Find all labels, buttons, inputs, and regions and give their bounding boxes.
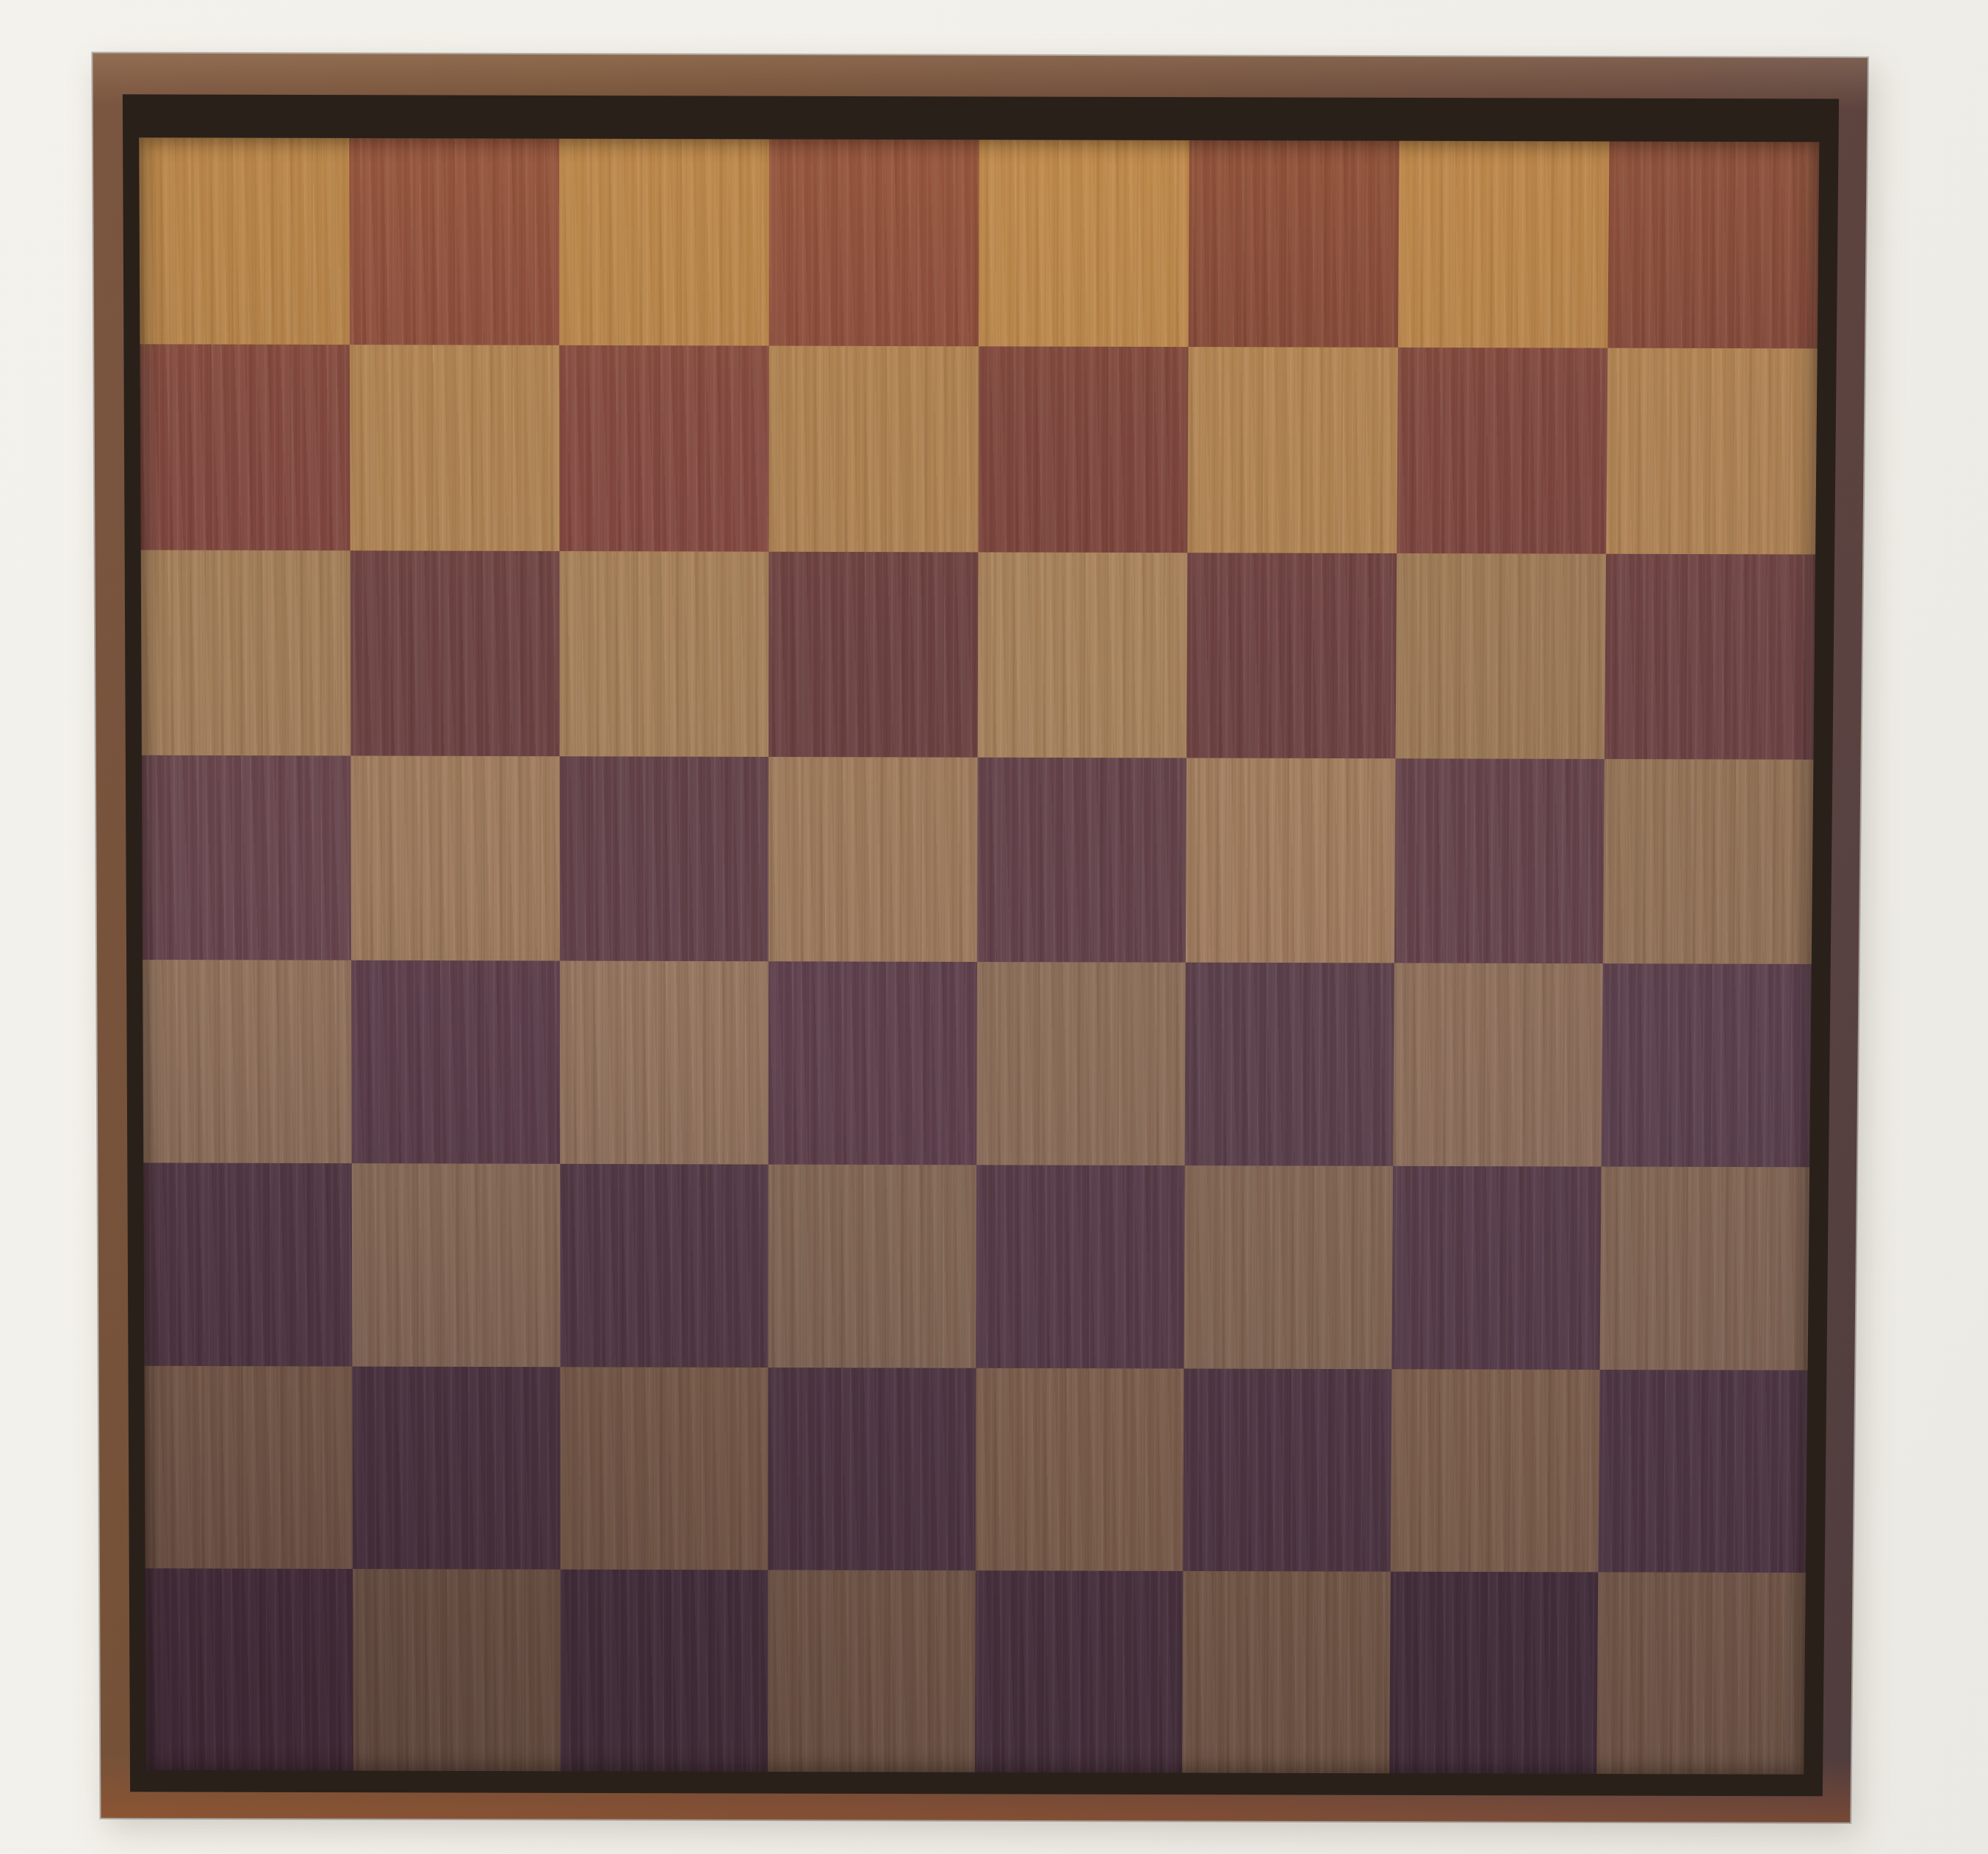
square-a7[interactable] xyxy=(140,344,350,550)
square-g8[interactable] xyxy=(1398,141,1610,348)
square-h3[interactable] xyxy=(1599,1167,1809,1370)
square-d4[interactable] xyxy=(768,961,977,1165)
square-c2[interactable] xyxy=(560,1368,768,1570)
square-f3[interactable] xyxy=(1184,1165,1393,1369)
square-d8[interactable] xyxy=(769,139,979,346)
square-c3[interactable] xyxy=(560,1164,768,1368)
square-d5[interactable] xyxy=(768,757,978,962)
square-d3[interactable] xyxy=(768,1165,976,1368)
square-b3[interactable] xyxy=(352,1163,561,1367)
square-a6[interactable] xyxy=(141,550,351,755)
square-b2[interactable] xyxy=(352,1367,560,1570)
board-grid xyxy=(139,137,1819,1775)
square-b6[interactable] xyxy=(350,550,560,756)
board-groove xyxy=(123,94,1839,1796)
square-g1[interactable] xyxy=(1389,1572,1598,1774)
square-h7[interactable] xyxy=(1606,348,1818,554)
square-d6[interactable] xyxy=(768,551,978,757)
square-h6[interactable] xyxy=(1605,553,1815,759)
square-a3[interactable] xyxy=(143,1163,352,1367)
square-h8[interactable] xyxy=(1607,141,1819,348)
square-f5[interactable] xyxy=(1186,758,1396,963)
square-f4[interactable] xyxy=(1185,962,1394,1166)
square-e5[interactable] xyxy=(977,757,1186,962)
square-e2[interactable] xyxy=(976,1368,1184,1571)
square-b8[interactable] xyxy=(349,138,559,345)
square-f8[interactable] xyxy=(1189,140,1400,348)
square-g6[interactable] xyxy=(1396,553,1607,759)
square-c4[interactable] xyxy=(560,960,768,1165)
square-b7[interactable] xyxy=(350,345,560,551)
square-b4[interactable] xyxy=(351,960,560,1164)
square-d2[interactable] xyxy=(768,1368,976,1570)
square-f7[interactable] xyxy=(1187,347,1398,553)
square-d1[interactable] xyxy=(768,1570,976,1772)
chessboard xyxy=(93,53,1868,1822)
square-h1[interactable] xyxy=(1596,1573,1806,1775)
square-h2[interactable] xyxy=(1598,1370,1807,1573)
square-c5[interactable] xyxy=(560,756,768,961)
photo-background xyxy=(0,0,1988,1854)
square-a5[interactable] xyxy=(142,755,351,960)
square-g4[interactable] xyxy=(1393,963,1603,1167)
square-d7[interactable] xyxy=(768,345,979,552)
square-e1[interactable] xyxy=(975,1570,1183,1772)
square-c8[interactable] xyxy=(559,139,769,346)
square-e4[interactable] xyxy=(976,961,1186,1165)
square-a1[interactable] xyxy=(145,1568,353,1770)
square-f6[interactable] xyxy=(1186,553,1397,758)
square-c6[interactable] xyxy=(560,551,769,757)
square-g7[interactable] xyxy=(1397,348,1607,554)
square-e6[interactable] xyxy=(978,552,1188,758)
square-c7[interactable] xyxy=(559,345,768,552)
square-g2[interactable] xyxy=(1391,1369,1600,1572)
square-e8[interactable] xyxy=(979,140,1189,347)
square-g3[interactable] xyxy=(1391,1166,1601,1370)
square-a4[interactable] xyxy=(143,960,352,1164)
square-h5[interactable] xyxy=(1603,759,1814,964)
square-b5[interactable] xyxy=(350,755,560,960)
square-a8[interactable] xyxy=(139,137,350,345)
square-g5[interactable] xyxy=(1394,758,1605,963)
square-a2[interactable] xyxy=(144,1366,353,1569)
square-f1[interactable] xyxy=(1182,1571,1391,1773)
square-h4[interactable] xyxy=(1602,963,1812,1168)
square-c1[interactable] xyxy=(561,1570,768,1772)
square-f2[interactable] xyxy=(1183,1369,1391,1572)
square-e3[interactable] xyxy=(976,1165,1184,1369)
square-b1[interactable] xyxy=(353,1569,561,1771)
square-e7[interactable] xyxy=(978,346,1188,553)
